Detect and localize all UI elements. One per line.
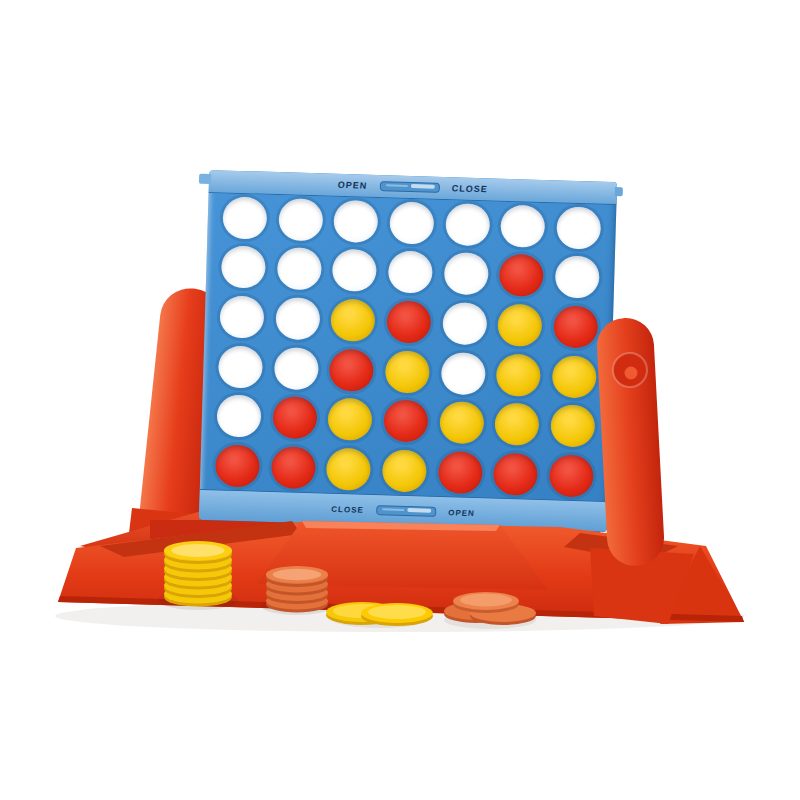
stand-right-arm xyxy=(590,317,694,624)
orange-chip-stack xyxy=(261,566,333,615)
hinge-pin-icon xyxy=(625,367,638,380)
yellow-chip-stack xyxy=(158,541,238,610)
stand-front-layer xyxy=(0,0,800,800)
yellow-flat-chips xyxy=(326,602,433,628)
connect-four-product-photo: OPEN CLOSE CLOSE OPEN xyxy=(0,0,800,800)
